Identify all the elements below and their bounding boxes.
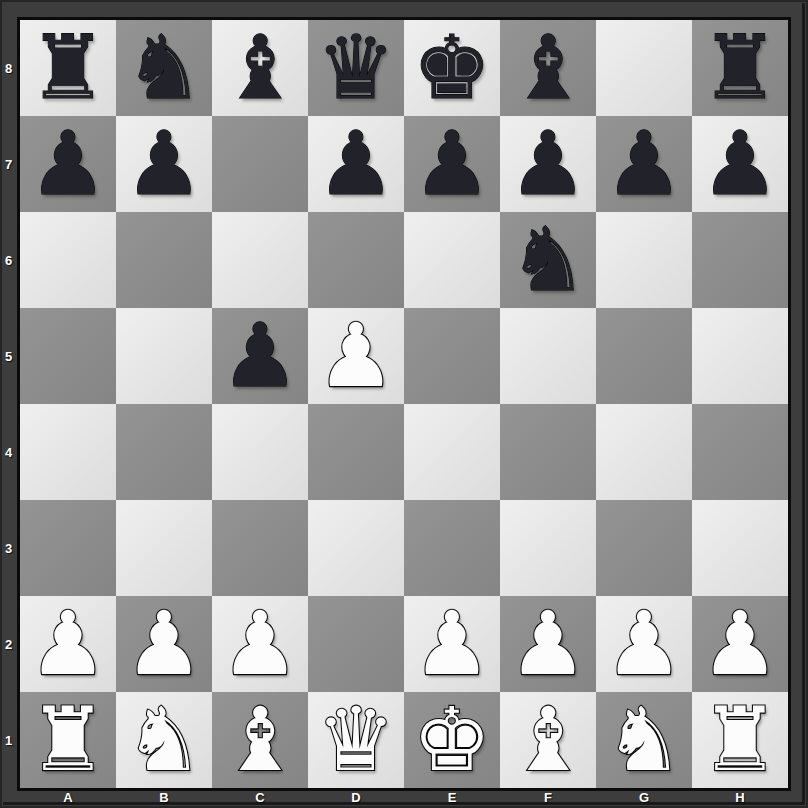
chess-board-frame: ♜♞♝♛♚♝♜♟♟♟♟♟♟♟♞♟♟♟♟♟♟♟♟♟♜♞♝♛♚♝♞♜ 8765432… [0,0,808,808]
square-d3[interactable] [308,500,404,596]
square-g5[interactable] [596,308,692,404]
file-label-b: B [116,789,212,805]
board-border: ♜♞♝♛♚♝♜♟♟♟♟♟♟♟♞♟♟♟♟♟♟♟♟♟♜♞♝♛♚♝♞♜ [17,17,791,791]
piece-black-king: ♚ [413,20,492,116]
square-a5[interactable] [20,308,116,404]
file-label-e: E [404,789,500,805]
square-f8[interactable]: ♝ [500,20,596,116]
piece-white-pawn: ♟ [701,596,780,692]
file-label-c: C [212,789,308,805]
square-g3[interactable] [596,500,692,596]
file-label-g: G [596,789,692,805]
square-b3[interactable] [116,500,212,596]
piece-black-pawn: ♟ [317,116,396,212]
piece-white-pawn: ♟ [29,596,108,692]
square-a7[interactable]: ♟ [20,116,116,212]
square-f5[interactable] [500,308,596,404]
piece-black-knight: ♞ [509,212,588,308]
square-e1[interactable]: ♚ [404,692,500,788]
rank-label-1: 1 [0,692,17,788]
square-a2[interactable]: ♟ [20,596,116,692]
piece-white-rook: ♜ [29,692,108,788]
square-f4[interactable] [500,404,596,500]
square-c6[interactable] [212,212,308,308]
piece-white-bishop: ♝ [509,692,588,788]
square-g1[interactable]: ♞ [596,692,692,788]
piece-black-knight: ♞ [125,20,204,116]
square-c3[interactable] [212,500,308,596]
square-b2[interactable]: ♟ [116,596,212,692]
rank-label-3: 3 [0,500,17,596]
square-b7[interactable]: ♟ [116,116,212,212]
piece-white-pawn: ♟ [221,596,300,692]
piece-black-rook: ♜ [29,20,108,116]
rank-label-4: 4 [0,404,17,500]
file-label-d: D [308,789,404,805]
square-b8[interactable]: ♞ [116,20,212,116]
piece-black-pawn: ♟ [509,116,588,212]
piece-white-bishop: ♝ [221,692,300,788]
file-label-a: A [20,789,116,805]
square-b5[interactable] [116,308,212,404]
rank-label-5: 5 [0,308,17,404]
square-h5[interactable] [692,308,788,404]
piece-white-pawn: ♟ [413,596,492,692]
piece-black-pawn: ♟ [605,116,684,212]
rank-labels: 87654321 [0,20,17,788]
square-f1[interactable]: ♝ [500,692,596,788]
square-g7[interactable]: ♟ [596,116,692,212]
square-b1[interactable]: ♞ [116,692,212,788]
square-c5[interactable]: ♟ [212,308,308,404]
rank-label-2: 2 [0,596,17,692]
rank-label-7: 7 [0,116,17,212]
square-h4[interactable] [692,404,788,500]
square-e2[interactable]: ♟ [404,596,500,692]
square-c7[interactable] [212,116,308,212]
square-a4[interactable] [20,404,116,500]
square-f6[interactable]: ♞ [500,212,596,308]
file-label-h: H [692,789,788,805]
file-label-f: F [500,789,596,805]
square-e7[interactable]: ♟ [404,116,500,212]
square-g6[interactable] [596,212,692,308]
piece-white-pawn: ♟ [317,308,396,404]
square-d6[interactable] [308,212,404,308]
square-g2[interactable]: ♟ [596,596,692,692]
piece-white-queen: ♛ [317,692,396,788]
piece-white-rook: ♜ [701,692,780,788]
square-d2[interactable] [308,596,404,692]
square-h8[interactable]: ♜ [692,20,788,116]
square-d4[interactable] [308,404,404,500]
square-d1[interactable]: ♛ [308,692,404,788]
piece-white-knight: ♞ [125,692,204,788]
square-b6[interactable] [116,212,212,308]
square-h1[interactable]: ♜ [692,692,788,788]
square-c1[interactable]: ♝ [212,692,308,788]
piece-white-pawn: ♟ [509,596,588,692]
piece-black-rook: ♜ [701,20,780,116]
piece-black-pawn: ♟ [413,116,492,212]
square-f2[interactable]: ♟ [500,596,596,692]
square-d7[interactable]: ♟ [308,116,404,212]
square-h2[interactable]: ♟ [692,596,788,692]
square-b4[interactable] [116,404,212,500]
square-c8[interactable]: ♝ [212,20,308,116]
piece-black-bishop: ♝ [509,20,588,116]
square-e8[interactable]: ♚ [404,20,500,116]
square-d8[interactable]: ♛ [308,20,404,116]
square-f3[interactable] [500,500,596,596]
file-labels: ABCDEFGH [20,789,788,808]
piece-white-pawn: ♟ [605,596,684,692]
square-d5[interactable]: ♟ [308,308,404,404]
square-e5[interactable] [404,308,500,404]
rank-label-6: 6 [0,212,17,308]
piece-black-pawn: ♟ [125,116,204,212]
square-a3[interactable] [20,500,116,596]
square-a1[interactable]: ♜ [20,692,116,788]
rank-label-8: 8 [0,20,17,116]
square-a8[interactable]: ♜ [20,20,116,116]
square-h7[interactable]: ♟ [692,116,788,212]
square-h3[interactable] [692,500,788,596]
board: ♜♞♝♛♚♝♜♟♟♟♟♟♟♟♞♟♟♟♟♟♟♟♟♟♜♞♝♛♚♝♞♜ [20,20,788,788]
square-g4[interactable] [596,404,692,500]
square-g8[interactable] [596,20,692,116]
piece-white-king: ♚ [413,692,492,788]
square-f7[interactable]: ♟ [500,116,596,212]
square-h6[interactable] [692,212,788,308]
piece-black-pawn: ♟ [29,116,108,212]
piece-black-queen: ♛ [317,20,396,116]
piece-black-pawn: ♟ [701,116,780,212]
piece-white-knight: ♞ [605,692,684,788]
square-e4[interactable] [404,404,500,500]
piece-white-pawn: ♟ [125,596,204,692]
piece-black-bishop: ♝ [221,20,300,116]
square-e3[interactable] [404,500,500,596]
piece-black-pawn: ♟ [221,308,300,404]
square-c4[interactable] [212,404,308,500]
square-c2[interactable]: ♟ [212,596,308,692]
square-a6[interactable] [20,212,116,308]
square-e6[interactable] [404,212,500,308]
